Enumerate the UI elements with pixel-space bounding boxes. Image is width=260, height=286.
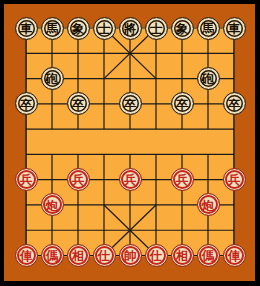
intersection-8-3: 卒 (221, 91, 247, 116)
piece-red-cannon[interactable]: 炮 (197, 193, 220, 216)
piece-glyph: 將 (124, 22, 137, 35)
piece-black-soldier[interactable]: 卒 (15, 92, 38, 115)
piece-black-soldier[interactable]: 卒 (171, 92, 194, 115)
piece-black-advisor[interactable]: 士 (145, 17, 168, 40)
piece-red-soldier[interactable]: 兵 (67, 168, 90, 191)
intersection-7-2: 砲 (195, 66, 221, 91)
intersection-2-6: 兵 (65, 167, 91, 192)
intersection-0-9: 俥 (13, 243, 39, 268)
intersection-6-0: 象 (169, 15, 195, 40)
intersection-3-0: 士 (91, 15, 117, 40)
intersection-5-0: 士 (143, 15, 169, 40)
piece-glyph: 仕 (98, 250, 111, 263)
piece-red-elephant[interactable]: 相 (67, 244, 90, 267)
piece-red-soldier[interactable]: 兵 (119, 168, 142, 191)
piece-black-cannon[interactable]: 砲 (41, 67, 64, 90)
piece-glyph: 傌 (202, 250, 215, 263)
intersection-6-6: 兵 (169, 167, 195, 192)
piece-glyph: 馬 (46, 22, 59, 35)
piece-glyph: 象 (176, 22, 189, 35)
piece-red-horse[interactable]: 傌 (197, 244, 220, 267)
piece-glyph: 砲 (202, 73, 215, 86)
piece-red-soldier[interactable]: 兵 (171, 168, 194, 191)
piece-black-elephant[interactable]: 象 (67, 17, 90, 40)
piece-black-soldier[interactable]: 卒 (67, 92, 90, 115)
piece-glyph: 兵 (20, 174, 33, 187)
piece-glyph: 象 (72, 22, 85, 35)
intersection-3-9: 仕 (91, 243, 117, 268)
piece-black-horse[interactable]: 馬 (197, 17, 220, 40)
intersection-2-3: 卒 (65, 91, 91, 116)
piece-glyph: 砲 (46, 73, 59, 86)
piece-glyph: 兵 (124, 174, 137, 187)
piece-glyph: 卒 (228, 98, 241, 111)
intersection-0-6: 兵 (13, 167, 39, 192)
piece-black-chariot[interactable]: 車 (15, 17, 38, 40)
piece-glyph: 士 (98, 22, 111, 35)
piece-black-horse[interactable]: 馬 (41, 17, 64, 40)
piece-glyph: 兵 (228, 174, 241, 187)
intersection-8-0: 車 (221, 15, 247, 40)
piece-glyph: 卒 (124, 98, 137, 111)
piece-glyph: 俥 (228, 250, 241, 263)
piece-glyph: 士 (150, 22, 163, 35)
piece-red-elephant[interactable]: 相 (171, 244, 194, 267)
piece-glyph: 馬 (202, 22, 215, 35)
intersection-1-2: 砲 (39, 66, 65, 91)
piece-red-chariot[interactable]: 俥 (223, 244, 246, 267)
piece-glyph: 卒 (176, 98, 189, 111)
piece-glyph: 仕 (150, 250, 163, 263)
piece-black-advisor[interactable]: 士 (93, 17, 116, 40)
piece-glyph: 車 (228, 22, 241, 35)
piece-glyph: 炮 (46, 199, 59, 212)
piece-black-elephant[interactable]: 象 (171, 17, 194, 40)
piece-red-advisor[interactable]: 仕 (145, 244, 168, 267)
intersection-2-9: 相 (65, 243, 91, 268)
intersection-0-0: 車 (13, 15, 39, 40)
intersection-1-0: 馬 (39, 15, 65, 40)
piece-red-soldier[interactable]: 兵 (223, 168, 246, 191)
intersection-4-3: 卒 (117, 91, 143, 116)
intersection-0-3: 卒 (13, 91, 39, 116)
pieces-layer: 車馬象士將士象馬車砲砲卒卒卒卒卒兵兵兵兵兵炮炮俥傌相仕帥仕相傌俥 (13, 15, 247, 268)
intersection-7-9: 傌 (195, 243, 221, 268)
piece-glyph: 帥 (124, 250, 137, 263)
piece-black-soldier[interactable]: 卒 (223, 92, 246, 115)
piece-black-cannon[interactable]: 砲 (197, 67, 220, 90)
piece-red-cannon[interactable]: 炮 (41, 193, 64, 216)
intersection-7-0: 馬 (195, 15, 221, 40)
piece-black-soldier[interactable]: 卒 (119, 92, 142, 115)
intersection-7-7: 炮 (195, 192, 221, 217)
intersection-5-9: 仕 (143, 243, 169, 268)
piece-glyph: 兵 (72, 174, 85, 187)
piece-red-advisor[interactable]: 仕 (93, 244, 116, 267)
intersection-1-9: 傌 (39, 243, 65, 268)
piece-glyph: 相 (72, 250, 85, 263)
piece-red-chariot[interactable]: 俥 (15, 244, 38, 267)
intersection-4-9: 帥 (117, 243, 143, 268)
piece-red-general[interactable]: 帥 (119, 244, 142, 267)
piece-glyph: 傌 (46, 250, 59, 263)
piece-glyph: 車 (20, 22, 33, 35)
piece-glyph: 卒 (20, 98, 33, 111)
piece-glyph: 兵 (176, 174, 189, 187)
intersection-4-6: 兵 (117, 167, 143, 192)
piece-black-general[interactable]: 將 (119, 17, 142, 40)
piece-glyph: 俥 (20, 250, 33, 263)
piece-red-horse[interactable]: 傌 (41, 244, 64, 267)
xiangqi-board[interactable]: 車馬象士將士象馬車砲砲卒卒卒卒卒兵兵兵兵兵炮炮俥傌相仕帥仕相傌俥 (0, 0, 260, 286)
intersection-2-0: 象 (65, 15, 91, 40)
intersection-4-0: 將 (117, 15, 143, 40)
piece-glyph: 炮 (202, 199, 215, 212)
intersection-1-7: 炮 (39, 192, 65, 217)
piece-red-soldier[interactable]: 兵 (15, 168, 38, 191)
piece-glyph: 相 (176, 250, 189, 263)
intersection-6-3: 卒 (169, 91, 195, 116)
piece-black-chariot[interactable]: 車 (223, 17, 246, 40)
intersection-8-9: 俥 (221, 243, 247, 268)
piece-glyph: 卒 (72, 98, 85, 111)
intersection-6-9: 相 (169, 243, 195, 268)
intersection-8-6: 兵 (221, 167, 247, 192)
